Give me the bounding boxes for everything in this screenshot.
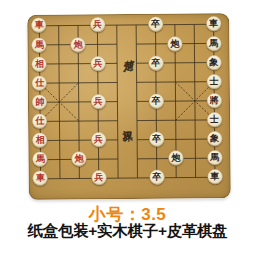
piece-red-soldier: 兵 — [90, 94, 105, 109]
product-description: 纸盒包装+实木棋子+皮革棋盘 — [0, 221, 255, 242]
piece-black-cannon: 炮 — [167, 36, 182, 51]
piece-black-elephant: 象 — [207, 131, 222, 146]
piece-black-advisor: 士 — [206, 74, 221, 89]
pieces-layer: 車馬相仕帥仕相馬車炮炮兵兵兵兵兵卒卒卒卒卒炮炮車馬象士將士象馬車 — [30, 15, 225, 189]
piece-red-advisor: 仕 — [33, 114, 48, 129]
piece-red-soldier: 兵 — [91, 132, 106, 147]
piece-red-soldier: 兵 — [91, 171, 106, 186]
piece-red-cannon: 炮 — [72, 152, 87, 167]
piece-black-soldier: 卒 — [149, 94, 164, 109]
piece-red-chariot: 車 — [32, 18, 47, 33]
piece-black-soldier: 卒 — [148, 17, 163, 32]
piece-black-advisor: 士 — [207, 112, 222, 127]
piece-black-cannon: 炮 — [168, 151, 183, 166]
piece-red-soldier: 兵 — [90, 18, 105, 33]
piece-red-chariot: 車 — [33, 171, 48, 186]
piece-black-chariot: 車 — [207, 170, 222, 185]
piece-red-horse: 馬 — [33, 152, 48, 167]
piece-black-soldier: 卒 — [149, 132, 164, 147]
piece-black-horse: 馬 — [206, 36, 221, 51]
piece-red-general: 帥 — [32, 95, 47, 110]
piece-red-elephant: 相 — [32, 56, 47, 71]
piece-red-advisor: 仕 — [32, 76, 47, 91]
piece-red-elephant: 相 — [33, 133, 48, 148]
piece-red-cannon: 炮 — [71, 37, 86, 52]
piece-black-general: 將 — [207, 93, 222, 108]
product-image[interactable]: 楚河 汉界 車馬相仕帥仕相馬車炮炮兵兵兵兵兵卒卒卒卒卒炮炮車馬象士將士象馬車 小… — [0, 0, 255, 255]
piece-red-soldier: 兵 — [90, 56, 105, 71]
piece-black-soldier: 卒 — [149, 170, 164, 185]
piece-black-horse: 馬 — [207, 151, 222, 166]
piece-red-horse: 馬 — [32, 37, 47, 52]
piece-black-elephant: 象 — [206, 55, 221, 70]
piece-black-chariot: 車 — [206, 17, 221, 32]
xiangqi-board: 楚河 汉界 車馬相仕帥仕相馬車炮炮兵兵兵兵兵卒卒卒卒卒炮炮車馬象士將士象馬車 — [27, 13, 231, 200]
piece-black-soldier: 卒 — [148, 55, 163, 70]
